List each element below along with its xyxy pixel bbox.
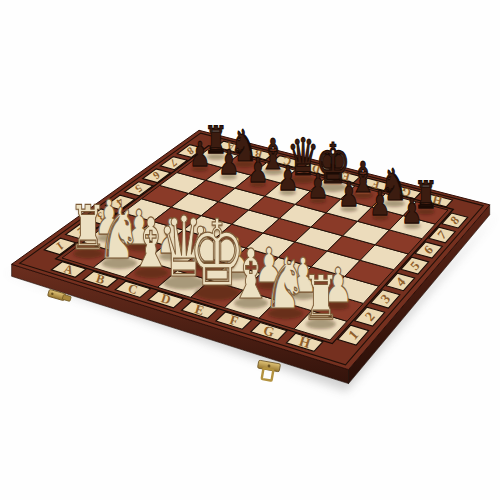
piece-white-rook[interactable]: ♜	[302, 268, 340, 329]
piece-black-pawn[interactable]: ♟	[247, 154, 268, 188]
piece-black-pawn[interactable]: ♟	[189, 138, 210, 172]
piece-black-pawn[interactable]: ♟	[370, 187, 391, 221]
piece-black-pawn[interactable]: ♟	[402, 195, 423, 229]
piece-black-pawn[interactable]: ♟	[277, 162, 298, 196]
piece-black-pawn[interactable]: ♟	[218, 146, 239, 180]
piece-black-pawn[interactable]: ♟	[338, 178, 359, 212]
brass-latch-front	[256, 360, 281, 382]
chess-set-photo: AA11BB22CC33DD44EE55FF66GG77HH88 ♜♞♝♛♚♝♞…	[0, 0, 500, 500]
piece-black-pawn[interactable]: ♟	[307, 170, 328, 204]
